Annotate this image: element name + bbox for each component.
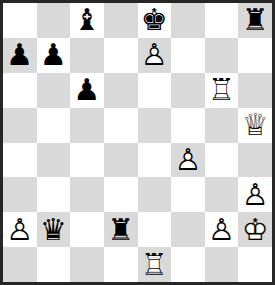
white-pawn-icon: ♟♙ bbox=[5, 215, 35, 245]
square-f5[interactable] bbox=[171, 108, 205, 143]
square-a4[interactable] bbox=[3, 143, 37, 178]
square-c5[interactable] bbox=[70, 108, 104, 143]
square-e7[interactable]: ♟♙ bbox=[138, 38, 172, 73]
square-f8[interactable] bbox=[171, 3, 205, 38]
square-c3[interactable] bbox=[70, 177, 104, 212]
white-rook-icon: ♜♖ bbox=[207, 75, 237, 105]
square-c2[interactable] bbox=[70, 212, 104, 247]
white-king-icon: ♚♔ bbox=[240, 215, 270, 245]
square-b4[interactable] bbox=[37, 143, 71, 178]
square-h7[interactable] bbox=[238, 38, 272, 73]
square-d2[interactable]: ♜ bbox=[104, 212, 138, 247]
square-d7[interactable] bbox=[104, 38, 138, 73]
square-e5[interactable] bbox=[138, 108, 172, 143]
black-pawn-icon: ♟ bbox=[38, 40, 68, 70]
square-c8[interactable]: ♝ bbox=[70, 3, 104, 38]
white-rook-icon: ♜♖ bbox=[139, 250, 169, 280]
black-king-icon: ♚ bbox=[139, 5, 169, 35]
square-e3[interactable] bbox=[138, 177, 172, 212]
square-g5[interactable] bbox=[205, 108, 239, 143]
square-g2[interactable]: ♟♙ bbox=[205, 212, 239, 247]
square-h5[interactable]: ♛♕ bbox=[238, 108, 272, 143]
square-a5[interactable] bbox=[3, 108, 37, 143]
chess-board: ♝♚♜♟♟♟♙♟♜♖♛♕♟♙♟♙♟♙♛♜♟♙♚♔♜♖ bbox=[0, 0, 275, 285]
square-d6[interactable] bbox=[104, 73, 138, 108]
square-a3[interactable] bbox=[3, 177, 37, 212]
black-rook-icon: ♜ bbox=[240, 5, 270, 35]
square-c6[interactable]: ♟ bbox=[70, 73, 104, 108]
black-queen-icon: ♛ bbox=[38, 215, 68, 245]
square-a2[interactable]: ♟♙ bbox=[3, 212, 37, 247]
black-pawn-icon: ♟ bbox=[72, 75, 102, 105]
square-g4[interactable] bbox=[205, 143, 239, 178]
black-rook-icon: ♜ bbox=[106, 215, 136, 245]
square-b3[interactable] bbox=[37, 177, 71, 212]
square-e1[interactable]: ♜♖ bbox=[138, 247, 172, 282]
square-d5[interactable] bbox=[104, 108, 138, 143]
square-h1[interactable] bbox=[238, 247, 272, 282]
square-b2[interactable]: ♛ bbox=[37, 212, 71, 247]
square-h3[interactable]: ♟♙ bbox=[238, 177, 272, 212]
square-f3[interactable] bbox=[171, 177, 205, 212]
black-bishop-icon: ♝ bbox=[72, 5, 102, 35]
square-g3[interactable] bbox=[205, 177, 239, 212]
square-h4[interactable] bbox=[238, 143, 272, 178]
square-b6[interactable] bbox=[37, 73, 71, 108]
square-d1[interactable] bbox=[104, 247, 138, 282]
square-d8[interactable] bbox=[104, 3, 138, 38]
square-b1[interactable] bbox=[37, 247, 71, 282]
square-f2[interactable] bbox=[171, 212, 205, 247]
square-f7[interactable] bbox=[171, 38, 205, 73]
square-d3[interactable] bbox=[104, 177, 138, 212]
white-pawn-icon: ♟♙ bbox=[173, 145, 203, 175]
white-pawn-icon: ♟♙ bbox=[139, 40, 169, 70]
square-b7[interactable]: ♟ bbox=[37, 38, 71, 73]
square-e6[interactable] bbox=[138, 73, 172, 108]
square-b5[interactable] bbox=[37, 108, 71, 143]
square-f1[interactable] bbox=[171, 247, 205, 282]
square-f6[interactable] bbox=[171, 73, 205, 108]
square-e4[interactable] bbox=[138, 143, 172, 178]
square-f4[interactable]: ♟♙ bbox=[171, 143, 205, 178]
square-h8[interactable]: ♜ bbox=[238, 3, 272, 38]
square-h2[interactable]: ♚♔ bbox=[238, 212, 272, 247]
square-e8[interactable]: ♚ bbox=[138, 3, 172, 38]
square-c7[interactable] bbox=[70, 38, 104, 73]
square-c4[interactable] bbox=[70, 143, 104, 178]
black-pawn-icon: ♟ bbox=[5, 40, 35, 70]
square-a8[interactable] bbox=[3, 3, 37, 38]
square-a1[interactable] bbox=[3, 247, 37, 282]
square-g6[interactable]: ♜♖ bbox=[205, 73, 239, 108]
square-e2[interactable] bbox=[138, 212, 172, 247]
square-a7[interactable]: ♟ bbox=[3, 38, 37, 73]
chess-diagram: ♝♚♜♟♟♟♙♟♜♖♛♕♟♙♟♙♟♙♛♜♟♙♚♔♜♖ bbox=[0, 0, 275, 285]
square-g8[interactable] bbox=[205, 3, 239, 38]
square-b8[interactable] bbox=[37, 3, 71, 38]
square-g7[interactable] bbox=[205, 38, 239, 73]
white-pawn-icon: ♟♙ bbox=[240, 180, 270, 210]
white-queen-icon: ♛♕ bbox=[240, 110, 270, 140]
square-a6[interactable] bbox=[3, 73, 37, 108]
square-g1[interactable] bbox=[205, 247, 239, 282]
square-c1[interactable] bbox=[70, 247, 104, 282]
white-pawn-icon: ♟♙ bbox=[207, 215, 237, 245]
square-d4[interactable] bbox=[104, 143, 138, 178]
square-h6[interactable] bbox=[238, 73, 272, 108]
